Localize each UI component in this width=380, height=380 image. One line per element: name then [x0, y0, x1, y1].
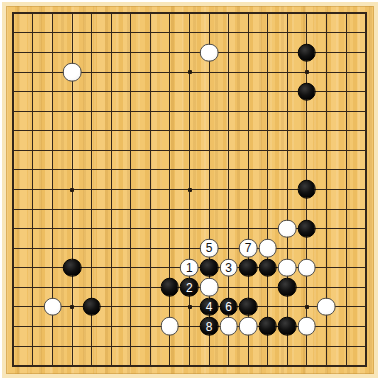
intersection-2-5[interactable]: [43, 101, 63, 121]
intersection-16-10[interactable]: [317, 199, 337, 219]
intersection-1-8[interactable]: [23, 160, 43, 180]
intersection-13-5[interactable]: [258, 101, 278, 121]
intersection-8-15[interactable]: [160, 297, 180, 317]
intersection-18-3[interactable]: [356, 62, 376, 82]
intersection-8-11[interactable]: [160, 219, 180, 239]
intersection-18-13[interactable]: [356, 258, 376, 278]
intersection-1-16[interactable]: [23, 317, 43, 337]
intersection-10-10[interactable]: [199, 199, 219, 219]
intersection-2-16[interactable]: [43, 317, 63, 337]
intersection-1-9[interactable]: [23, 180, 43, 200]
intersection-17-5[interactable]: [336, 101, 356, 121]
intersection-2-18[interactable]: [43, 356, 63, 376]
intersection-15-6[interactable]: [297, 121, 317, 141]
intersection-7-10[interactable]: [141, 199, 161, 219]
intersection-12-12[interactable]: 7: [238, 238, 258, 258]
intersection-15-8[interactable]: [297, 160, 317, 180]
intersection-6-3[interactable]: [121, 62, 141, 82]
intersection-8-1[interactable]: [160, 23, 180, 43]
intersection-1-11[interactable]: [23, 219, 43, 239]
intersection-10-15[interactable]: 4: [199, 297, 219, 317]
intersection-11-6[interactable]: [219, 121, 239, 141]
intersection-15-10[interactable]: [297, 199, 317, 219]
intersection-12-6[interactable]: [238, 121, 258, 141]
intersection-6-16[interactable]: [121, 317, 141, 337]
intersection-12-0[interactable]: [238, 4, 258, 24]
intersection-13-3[interactable]: [258, 62, 278, 82]
intersection-7-15[interactable]: [141, 297, 161, 317]
intersection-8-3[interactable]: [160, 62, 180, 82]
intersection-2-11[interactable]: [43, 219, 63, 239]
intersection-3-6[interactable]: [62, 121, 82, 141]
intersection-0-15[interactable]: [4, 297, 24, 317]
intersection-11-9[interactable]: [219, 180, 239, 200]
intersection-10-18[interactable]: [199, 356, 219, 376]
intersection-7-5[interactable]: [141, 101, 161, 121]
intersection-15-13[interactable]: [297, 258, 317, 278]
intersection-6-17[interactable]: [121, 336, 141, 356]
intersection-8-9[interactable]: [160, 180, 180, 200]
intersection-5-9[interactable]: [101, 180, 121, 200]
intersection-7-1[interactable]: [141, 23, 161, 43]
intersection-14-6[interactable]: [277, 121, 297, 141]
intersection-17-14[interactable]: [336, 277, 356, 297]
intersection-15-17[interactable]: [297, 336, 317, 356]
intersection-3-7[interactable]: [62, 141, 82, 161]
intersection-16-3[interactable]: [317, 62, 337, 82]
intersection-13-0[interactable]: [258, 4, 278, 24]
intersection-10-4[interactable]: [199, 82, 219, 102]
intersection-3-9[interactable]: [62, 180, 82, 200]
intersection-6-18[interactable]: [121, 356, 141, 376]
intersection-0-8[interactable]: [4, 160, 24, 180]
intersection-8-13[interactable]: [160, 258, 180, 278]
intersection-8-16[interactable]: [160, 317, 180, 337]
intersection-12-10[interactable]: [238, 199, 258, 219]
intersection-6-9[interactable]: [121, 180, 141, 200]
intersection-4-16[interactable]: [82, 317, 102, 337]
intersection-10-13[interactable]: [199, 258, 219, 278]
intersection-14-17[interactable]: [277, 336, 297, 356]
intersection-5-18[interactable]: [101, 356, 121, 376]
intersection-2-6[interactable]: [43, 121, 63, 141]
intersection-3-17[interactable]: [62, 336, 82, 356]
intersection-13-10[interactable]: [258, 199, 278, 219]
intersection-0-1[interactable]: [4, 23, 24, 43]
intersection-3-12[interactable]: [62, 238, 82, 258]
intersection-8-2[interactable]: [160, 43, 180, 63]
intersection-16-1[interactable]: [317, 23, 337, 43]
intersection-18-1[interactable]: [356, 23, 376, 43]
intersection-14-3[interactable]: [277, 62, 297, 82]
intersection-2-1[interactable]: [43, 23, 63, 43]
intersection-16-2[interactable]: [317, 43, 337, 63]
intersection-7-16[interactable]: [141, 317, 161, 337]
intersection-10-12[interactable]: 5: [199, 238, 219, 258]
intersection-10-16[interactable]: 8: [199, 317, 219, 337]
intersection-8-5[interactable]: [160, 101, 180, 121]
intersection-11-17[interactable]: [219, 336, 239, 356]
intersection-13-2[interactable]: [258, 43, 278, 63]
intersection-9-9[interactable]: [180, 180, 200, 200]
intersection-17-18[interactable]: [336, 356, 356, 376]
intersection-9-15[interactable]: [180, 297, 200, 317]
intersection-15-12[interactable]: [297, 238, 317, 258]
intersection-7-0[interactable]: [141, 4, 161, 24]
intersection-5-17[interactable]: [101, 336, 121, 356]
intersection-9-4[interactable]: [180, 82, 200, 102]
intersection-17-1[interactable]: [336, 23, 356, 43]
intersection-13-1[interactable]: [258, 23, 278, 43]
intersection-4-9[interactable]: [82, 180, 102, 200]
intersection-7-7[interactable]: [141, 141, 161, 161]
intersection-14-14[interactable]: [277, 277, 297, 297]
intersection-2-3[interactable]: [43, 62, 63, 82]
intersection-7-3[interactable]: [141, 62, 161, 82]
intersection-17-2[interactable]: [336, 43, 356, 63]
intersection-5-1[interactable]: [101, 23, 121, 43]
intersection-12-18[interactable]: [238, 356, 258, 376]
intersection-4-18[interactable]: [82, 356, 102, 376]
intersection-4-6[interactable]: [82, 121, 102, 141]
intersection-16-15[interactable]: [317, 297, 337, 317]
intersection-0-0[interactable]: [4, 4, 24, 24]
intersection-4-1[interactable]: [82, 23, 102, 43]
intersection-13-15[interactable]: [258, 297, 278, 317]
intersection-16-4[interactable]: [317, 82, 337, 102]
intersection-6-10[interactable]: [121, 199, 141, 219]
intersection-9-11[interactable]: [180, 219, 200, 239]
intersection-3-5[interactable]: [62, 101, 82, 121]
intersection-12-5[interactable]: [238, 101, 258, 121]
intersection-7-8[interactable]: [141, 160, 161, 180]
intersection-15-5[interactable]: [297, 101, 317, 121]
intersection-8-10[interactable]: [160, 199, 180, 219]
intersection-1-2[interactable]: [23, 43, 43, 63]
intersection-11-0[interactable]: [219, 4, 239, 24]
intersection-16-17[interactable]: [317, 336, 337, 356]
intersection-4-7[interactable]: [82, 141, 102, 161]
intersection-0-13[interactable]: [4, 258, 24, 278]
intersection-2-12[interactable]: [43, 238, 63, 258]
intersection-14-8[interactable]: [277, 160, 297, 180]
intersection-18-9[interactable]: [356, 180, 376, 200]
intersection-7-6[interactable]: [141, 121, 161, 141]
intersection-11-5[interactable]: [219, 101, 239, 121]
intersection-18-15[interactable]: [356, 297, 376, 317]
intersection-15-0[interactable]: [297, 4, 317, 24]
intersection-3-15[interactable]: [62, 297, 82, 317]
intersection-16-11[interactable]: [317, 219, 337, 239]
intersection-9-5[interactable]: [180, 101, 200, 121]
intersection-15-18[interactable]: [297, 356, 317, 376]
intersection-14-1[interactable]: [277, 23, 297, 43]
intersection-4-5[interactable]: [82, 101, 102, 121]
intersection-2-9[interactable]: [43, 180, 63, 200]
intersection-16-18[interactable]: [317, 356, 337, 376]
intersection-3-2[interactable]: [62, 43, 82, 63]
intersection-18-0[interactable]: [356, 4, 376, 24]
intersection-12-7[interactable]: [238, 141, 258, 161]
intersection-0-6[interactable]: [4, 121, 24, 141]
intersection-13-18[interactable]: [258, 356, 278, 376]
intersection-15-1[interactable]: [297, 23, 317, 43]
intersection-17-6[interactable]: [336, 121, 356, 141]
intersection-13-4[interactable]: [258, 82, 278, 102]
intersection-17-15[interactable]: [336, 297, 356, 317]
intersection-12-17[interactable]: [238, 336, 258, 356]
intersection-15-4[interactable]: [297, 82, 317, 102]
intersection-0-7[interactable]: [4, 141, 24, 161]
intersection-10-6[interactable]: [199, 121, 219, 141]
intersection-10-8[interactable]: [199, 160, 219, 180]
intersection-3-4[interactable]: [62, 82, 82, 102]
intersection-0-14[interactable]: [4, 277, 24, 297]
intersection-17-11[interactable]: [336, 219, 356, 239]
intersection-15-15[interactable]: [297, 297, 317, 317]
intersection-17-7[interactable]: [336, 141, 356, 161]
intersection-10-1[interactable]: [199, 23, 219, 43]
intersection-12-2[interactable]: [238, 43, 258, 63]
intersection-11-7[interactable]: [219, 141, 239, 161]
intersection-12-13[interactable]: [238, 258, 258, 278]
intersection-17-10[interactable]: [336, 199, 356, 219]
intersection-4-0[interactable]: [82, 4, 102, 24]
intersection-13-11[interactable]: [258, 219, 278, 239]
intersection-13-12[interactable]: [258, 238, 278, 258]
intersection-8-0[interactable]: [160, 4, 180, 24]
intersection-14-9[interactable]: [277, 180, 297, 200]
intersection-11-4[interactable]: [219, 82, 239, 102]
intersection-11-16[interactable]: [219, 317, 239, 337]
intersection-9-18[interactable]: [180, 356, 200, 376]
intersection-8-17[interactable]: [160, 336, 180, 356]
intersection-5-7[interactable]: [101, 141, 121, 161]
intersection-18-5[interactable]: [356, 101, 376, 121]
intersection-5-2[interactable]: [101, 43, 121, 63]
intersection-0-5[interactable]: [4, 101, 24, 121]
intersection-14-2[interactable]: [277, 43, 297, 63]
intersection-16-13[interactable]: [317, 258, 337, 278]
intersection-10-7[interactable]: [199, 141, 219, 161]
intersection-7-17[interactable]: [141, 336, 161, 356]
intersection-9-17[interactable]: [180, 336, 200, 356]
intersection-14-4[interactable]: [277, 82, 297, 102]
intersection-13-7[interactable]: [258, 141, 278, 161]
intersection-1-1[interactable]: [23, 23, 43, 43]
intersection-14-10[interactable]: [277, 199, 297, 219]
intersection-6-13[interactable]: [121, 258, 141, 278]
intersection-4-8[interactable]: [82, 160, 102, 180]
intersection-14-12[interactable]: [277, 238, 297, 258]
intersection-17-16[interactable]: [336, 317, 356, 337]
intersection-1-4[interactable]: [23, 82, 43, 102]
intersection-13-14[interactable]: [258, 277, 278, 297]
intersection-12-15[interactable]: [238, 297, 258, 317]
intersection-17-13[interactable]: [336, 258, 356, 278]
intersection-6-8[interactable]: [121, 160, 141, 180]
intersection-11-11[interactable]: [219, 219, 239, 239]
intersection-14-5[interactable]: [277, 101, 297, 121]
intersection-9-8[interactable]: [180, 160, 200, 180]
intersection-9-3[interactable]: [180, 62, 200, 82]
intersection-7-11[interactable]: [141, 219, 161, 239]
intersection-18-7[interactable]: [356, 141, 376, 161]
intersection-4-10[interactable]: [82, 199, 102, 219]
intersection-11-2[interactable]: [219, 43, 239, 63]
intersection-15-9[interactable]: [297, 180, 317, 200]
intersection-6-1[interactable]: [121, 23, 141, 43]
intersection-8-6[interactable]: [160, 121, 180, 141]
intersection-18-8[interactable]: [356, 160, 376, 180]
intersection-4-14[interactable]: [82, 277, 102, 297]
intersection-18-11[interactable]: [356, 219, 376, 239]
intersection-17-17[interactable]: [336, 336, 356, 356]
intersection-1-14[interactable]: [23, 277, 43, 297]
intersection-14-11[interactable]: [277, 219, 297, 239]
intersection-9-6[interactable]: [180, 121, 200, 141]
intersection-8-14[interactable]: [160, 277, 180, 297]
intersection-5-15[interactable]: [101, 297, 121, 317]
intersection-17-12[interactable]: [336, 238, 356, 258]
intersection-1-17[interactable]: [23, 336, 43, 356]
intersection-6-2[interactable]: [121, 43, 141, 63]
intersection-15-7[interactable]: [297, 141, 317, 161]
intersection-0-2[interactable]: [4, 43, 24, 63]
intersection-3-10[interactable]: [62, 199, 82, 219]
intersection-13-17[interactable]: [258, 336, 278, 356]
intersection-9-10[interactable]: [180, 199, 200, 219]
intersection-6-7[interactable]: [121, 141, 141, 161]
intersection-14-7[interactable]: [277, 141, 297, 161]
intersection-12-4[interactable]: [238, 82, 258, 102]
intersection-3-11[interactable]: [62, 219, 82, 239]
intersection-17-9[interactable]: [336, 180, 356, 200]
intersection-2-8[interactable]: [43, 160, 63, 180]
intersection-9-0[interactable]: [180, 4, 200, 24]
intersection-16-0[interactable]: [317, 4, 337, 24]
intersection-10-5[interactable]: [199, 101, 219, 121]
intersection-10-14[interactable]: [199, 277, 219, 297]
intersection-4-2[interactable]: [82, 43, 102, 63]
intersection-8-7[interactable]: [160, 141, 180, 161]
intersection-7-12[interactable]: [141, 238, 161, 258]
intersection-8-12[interactable]: [160, 238, 180, 258]
intersection-18-4[interactable]: [356, 82, 376, 102]
intersection-11-14[interactable]: [219, 277, 239, 297]
intersection-5-11[interactable]: [101, 219, 121, 239]
intersection-15-3[interactable]: [297, 62, 317, 82]
intersection-11-8[interactable]: [219, 160, 239, 180]
intersection-5-4[interactable]: [101, 82, 121, 102]
intersection-0-12[interactable]: [4, 238, 24, 258]
intersection-6-14[interactable]: [121, 277, 141, 297]
intersection-2-13[interactable]: [43, 258, 63, 278]
intersection-8-8[interactable]: [160, 160, 180, 180]
intersection-7-2[interactable]: [141, 43, 161, 63]
intersection-0-17[interactable]: [4, 336, 24, 356]
intersection-1-0[interactable]: [23, 4, 43, 24]
intersection-2-2[interactable]: [43, 43, 63, 63]
intersection-1-18[interactable]: [23, 356, 43, 376]
intersection-16-5[interactable]: [317, 101, 337, 121]
intersection-14-15[interactable]: [277, 297, 297, 317]
intersection-14-18[interactable]: [277, 356, 297, 376]
intersection-6-6[interactable]: [121, 121, 141, 141]
intersection-1-13[interactable]: [23, 258, 43, 278]
intersection-1-15[interactable]: [23, 297, 43, 317]
intersection-17-0[interactable]: [336, 4, 356, 24]
intersection-4-3[interactable]: [82, 62, 102, 82]
intersection-13-6[interactable]: [258, 121, 278, 141]
intersection-7-18[interactable]: [141, 356, 161, 376]
intersection-3-14[interactable]: [62, 277, 82, 297]
intersection-5-3[interactable]: [101, 62, 121, 82]
intersection-5-14[interactable]: [101, 277, 121, 297]
intersection-17-4[interactable]: [336, 82, 356, 102]
intersection-17-3[interactable]: [336, 62, 356, 82]
intersection-0-9[interactable]: [4, 180, 24, 200]
intersection-4-12[interactable]: [82, 238, 102, 258]
intersection-15-16[interactable]: [297, 317, 317, 337]
intersection-12-8[interactable]: [238, 160, 258, 180]
intersection-11-12[interactable]: [219, 238, 239, 258]
intersection-18-14[interactable]: [356, 277, 376, 297]
intersection-15-11[interactable]: [297, 219, 317, 239]
intersection-16-9[interactable]: [317, 180, 337, 200]
intersection-0-18[interactable]: [4, 356, 24, 376]
intersection-18-16[interactable]: [356, 317, 376, 337]
intersection-7-14[interactable]: [141, 277, 161, 297]
intersection-15-2[interactable]: [297, 43, 317, 63]
intersection-10-2[interactable]: [199, 43, 219, 63]
intersection-5-5[interactable]: [101, 101, 121, 121]
intersection-4-11[interactable]: [82, 219, 102, 239]
intersection-2-10[interactable]: [43, 199, 63, 219]
intersection-6-5[interactable]: [121, 101, 141, 121]
intersection-2-15[interactable]: [43, 297, 63, 317]
intersection-9-2[interactable]: [180, 43, 200, 63]
intersection-6-11[interactable]: [121, 219, 141, 239]
intersection-12-9[interactable]: [238, 180, 258, 200]
intersection-4-17[interactable]: [82, 336, 102, 356]
intersection-13-16[interactable]: [258, 317, 278, 337]
intersection-18-17[interactable]: [356, 336, 376, 356]
intersection-5-13[interactable]: [101, 258, 121, 278]
intersection-5-12[interactable]: [101, 238, 121, 258]
intersection-11-15[interactable]: 6: [219, 297, 239, 317]
intersection-11-3[interactable]: [219, 62, 239, 82]
intersection-11-18[interactable]: [219, 356, 239, 376]
intersection-14-0[interactable]: [277, 4, 297, 24]
intersection-11-1[interactable]: [219, 23, 239, 43]
intersection-15-14[interactable]: [297, 277, 317, 297]
intersection-2-7[interactable]: [43, 141, 63, 161]
intersection-5-0[interactable]: [101, 4, 121, 24]
intersection-0-3[interactable]: [4, 62, 24, 82]
intersection-9-12[interactable]: [180, 238, 200, 258]
intersection-10-3[interactable]: [199, 62, 219, 82]
intersection-13-13[interactable]: [258, 258, 278, 278]
intersection-10-9[interactable]: [199, 180, 219, 200]
intersection-5-16[interactable]: [101, 317, 121, 337]
intersection-7-4[interactable]: [141, 82, 161, 102]
intersection-3-3[interactable]: [62, 62, 82, 82]
intersection-18-18[interactable]: [356, 356, 376, 376]
intersection-2-4[interactable]: [43, 82, 63, 102]
intersection-8-18[interactable]: [160, 356, 180, 376]
intersection-18-6[interactable]: [356, 121, 376, 141]
